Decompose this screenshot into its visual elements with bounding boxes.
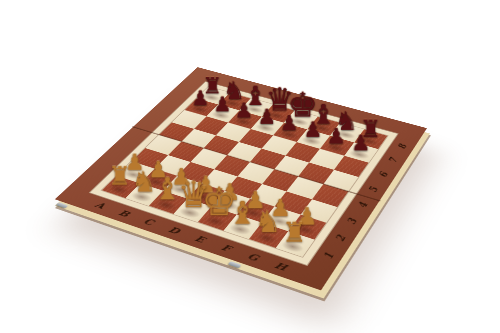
piece-black-pawn: ♟ [300, 120, 326, 140]
rank-label-3: 3 [337, 215, 367, 228]
piece-black-pawn: ♟ [232, 101, 257, 120]
square-h1: ♜ [275, 231, 314, 257]
piece-white-king: ♚ [202, 184, 231, 220]
rank-label-7: 7 [379, 155, 407, 166]
piece-black-pawn: ♟ [254, 107, 279, 126]
rank-label-4: 4 [348, 199, 378, 212]
rank-label-8: 8 [389, 141, 417, 152]
chess-board: ♜♞♝♛♚♝♞♜♟♟♟♟♟♟♟♟♟♟♟♟♟♟♟♟♜♞♝♛♚♝♞♜ ABCDEFG… [55, 67, 427, 290]
square-f6 [285, 142, 320, 162]
piece-white-bishop: ♝ [227, 199, 256, 228]
rank-label-6: 6 [369, 169, 398, 181]
hinge-clasp-left [56, 202, 69, 208]
rank-label-5: 5 [359, 184, 388, 196]
piece-white-rook: ♜ [279, 219, 309, 245]
rank-label-2: 2 [325, 232, 356, 246]
hinge-clasp-right [228, 261, 242, 268]
piece-black-pawn: ♟ [347, 133, 373, 153]
piece-black-pawn: ♟ [323, 127, 349, 147]
board-frame: ♜♞♝♛♚♝♞♜♟♟♟♟♟♟♟♟♟♟♟♟♟♟♟♟♜♞♝♛♚♝♞♜ ABCDEFG… [55, 67, 427, 290]
rank-label-1: 1 [313, 249, 344, 263]
photo-scene: ♜♞♝♛♚♝♞♜♟♟♟♟♟♟♟♟♟♟♟♟♟♟♟♟♜♞♝♛♚♝♞♜ ABCDEFG… [0, 0, 500, 333]
piece-white-knight: ♞ [253, 209, 282, 236]
piece-black-pawn: ♟ [277, 114, 302, 133]
